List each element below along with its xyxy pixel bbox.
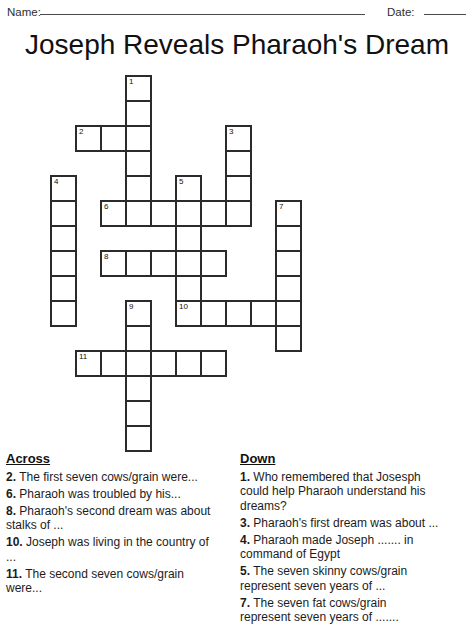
clue-item: 1. Who remembered that Josesph could hel… (240, 470, 470, 514)
grid-cell[interactable] (175, 275, 202, 302)
grid-cell[interactable]: 10 (175, 300, 202, 327)
cell-number: 1 (129, 77, 133, 86)
grid-cell[interactable] (50, 250, 77, 277)
grid-cell[interactable]: 1 (125, 75, 152, 102)
clue-item: 11. The second seven cows/grain were... (6, 567, 234, 596)
grid-cell[interactable] (50, 300, 77, 327)
grid-cell[interactable] (125, 250, 152, 277)
grid-cell[interactable] (250, 300, 277, 327)
clue-number: 2. (6, 470, 16, 484)
clue-text: The seven skinny cows/grain represent se… (240, 564, 407, 593)
clue-number: 3. (240, 516, 250, 530)
clue-text: The first seven cows/grain were... (16, 470, 198, 484)
cell-number: 11 (79, 352, 87, 361)
grid-cell[interactable] (100, 125, 127, 152)
clue-item: 4. Pharaoh made Joseph ....... in comman… (240, 533, 470, 562)
grid-cell[interactable] (175, 225, 202, 252)
grid-cell[interactable]: 5 (175, 175, 202, 202)
grid-cell[interactable] (175, 200, 202, 227)
grid-cell[interactable] (175, 250, 202, 277)
grid-cell[interactable] (150, 350, 177, 377)
grid-cell[interactable] (100, 350, 127, 377)
grid-cell[interactable] (50, 200, 77, 227)
grid-cell[interactable] (175, 350, 202, 377)
cell-number: 9 (129, 302, 133, 311)
grid-cell[interactable] (50, 275, 77, 302)
grid-cell[interactable] (225, 175, 252, 202)
grid-cell[interactable] (225, 300, 252, 327)
grid-cell[interactable] (125, 400, 152, 427)
grid-cell[interactable] (200, 200, 227, 227)
clue-number: 11. (6, 567, 22, 581)
clue-item: 10. Joseph was living in the country of … (6, 535, 234, 564)
grid-cell[interactable]: 3 (225, 125, 252, 152)
down-clue-list: 1. Who remembered that Josesph could hel… (240, 470, 470, 629)
date-label: Date: (387, 6, 415, 18)
cell-number: 7 (279, 202, 283, 211)
clue-number: 1. (240, 470, 250, 484)
grid-cell[interactable] (275, 300, 302, 327)
clue-text: Joseph was living in the country of ... (6, 535, 209, 564)
grid-cell[interactable] (275, 275, 302, 302)
grid-cell[interactable]: 4 (50, 175, 77, 202)
clue-number: 7. (240, 596, 250, 610)
crossword-grid: 1234567891011 (50, 75, 302, 452)
clue-item: 5. The seven skinny cows/grain represent… (240, 564, 470, 593)
clue-item: 6. Pharaoh was troubled by his... (6, 487, 234, 502)
clue-item: 8. Pharaoh's second dream was about stal… (6, 504, 234, 533)
grid-cell[interactable] (225, 150, 252, 177)
grid-cell[interactable] (50, 225, 77, 252)
date-blank-line (424, 1, 466, 15)
grid-cell[interactable] (125, 125, 152, 152)
grid-cell[interactable] (200, 250, 227, 277)
clue-number: 10. (6, 535, 23, 549)
clue-text: Pharaoh's first dream was about ... (250, 516, 438, 530)
across-header: Across (6, 452, 234, 467)
across-clue-list: 2. The first seven cows/grain were...6. … (6, 470, 234, 596)
grid-cell[interactable] (200, 300, 227, 327)
cell-number: 10 (179, 302, 188, 311)
grid-cell[interactable]: 8 (100, 250, 127, 277)
grid-cell[interactable] (125, 200, 152, 227)
clue-number: 6. (6, 487, 16, 501)
grid-cell[interactable] (125, 175, 152, 202)
page-title: Joseph Reveals Pharaoh's Dream (0, 29, 474, 61)
clue-text: Who remembered that Josesph could help P… (240, 470, 425, 513)
grid-cell[interactable] (275, 225, 302, 252)
grid-cell[interactable]: 7 (275, 200, 302, 227)
worksheet: Name: Date: Joseph Reveals Pharaoh's Dre… (0, 0, 474, 629)
cell-number: 2 (79, 127, 83, 136)
clue-number: 4. (240, 533, 250, 547)
clue-text: The second seven cows/grain were... (6, 567, 184, 596)
clue-text: Pharaoh's second dream was about stalks … (6, 504, 210, 533)
clue-text: Pharaoh made Joseph ....... in command o… (240, 533, 413, 562)
clue-number: 8. (6, 504, 16, 518)
name-blank-line (40, 1, 365, 15)
name-label: Name: (7, 6, 41, 18)
grid-cell[interactable] (275, 325, 302, 352)
clue-item: 3. Pharaoh's first dream was about ... (240, 516, 470, 531)
down-clues: Down 1. Who remembered that Josesph coul… (240, 452, 470, 629)
grid-cell[interactable] (200, 350, 227, 377)
grid-cell[interactable] (125, 425, 152, 452)
cell-number: 3 (229, 127, 233, 136)
grid-cell[interactable] (150, 250, 177, 277)
grid-cell[interactable] (150, 200, 177, 227)
across-clues: Across 2. The first seven cows/grain wer… (6, 452, 234, 598)
clue-item: 2. The first seven cows/grain were... (6, 470, 234, 485)
cell-number: 4 (54, 177, 58, 186)
grid-cell[interactable] (125, 350, 152, 377)
cell-number: 8 (104, 252, 108, 261)
cell-number: 5 (179, 177, 183, 186)
down-header: Down (240, 452, 470, 467)
grid-cell[interactable] (125, 375, 152, 402)
grid-cell[interactable] (125, 150, 152, 177)
cell-number: 6 (104, 202, 108, 211)
grid-cell[interactable] (225, 200, 252, 227)
clue-item: 7. The seven fat cows/grain represent se… (240, 596, 470, 625)
clue-number: 5. (240, 564, 250, 578)
clue-text: Pharaoh was troubled by his... (16, 487, 181, 501)
clue-text: The seven fat cows/grain represent seven… (240, 596, 399, 625)
grid-cell[interactable]: 2 (75, 125, 102, 152)
grid-cell[interactable]: 11 (75, 350, 102, 377)
grid-cell[interactable] (125, 100, 152, 127)
grid-cell[interactable] (275, 250, 302, 277)
grid-cell[interactable]: 9 (125, 300, 152, 327)
grid-cell[interactable]: 6 (100, 200, 127, 227)
grid-cell[interactable] (125, 325, 152, 352)
